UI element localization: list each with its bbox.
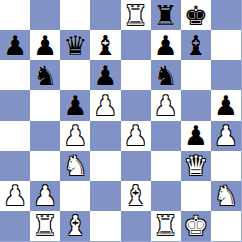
piece-white-N-h2[interactable]: ♞ xyxy=(214,182,238,209)
square-h8[interactable] xyxy=(211,0,241,30)
square-c2[interactable] xyxy=(60,181,90,211)
square-f7[interactable]: ♟ xyxy=(151,30,181,60)
piece-black-K-g8[interactable]: ♚ xyxy=(184,2,208,29)
square-g2[interactable] xyxy=(181,181,211,211)
piece-white-P-d5[interactable]: ♟ xyxy=(93,92,117,119)
piece-black-P-g4[interactable]: ♟ xyxy=(184,122,208,149)
square-d4[interactable] xyxy=(90,121,120,151)
piece-black-P-b7[interactable]: ♟ xyxy=(33,32,57,59)
square-c7[interactable]: ♛ xyxy=(60,30,90,60)
chess-board: ♜♜♚♟♟♛♝♟♝♞♟♞♟♟♟♟♟♟♟♟♞♛♟♟♝♞♜♝♜♚ xyxy=(0,0,242,242)
square-g1[interactable]: ♚ xyxy=(181,211,211,241)
square-b2[interactable]: ♟ xyxy=(30,181,60,211)
square-c4[interactable]: ♟ xyxy=(60,121,90,151)
square-e2[interactable]: ♝ xyxy=(121,181,151,211)
piece-black-N-b6[interactable]: ♞ xyxy=(33,62,57,89)
piece-black-Q-c7[interactable]: ♛ xyxy=(63,32,87,59)
square-f3[interactable] xyxy=(151,151,181,181)
square-h3[interactable] xyxy=(211,151,241,181)
square-g6[interactable] xyxy=(181,60,211,90)
square-c1[interactable]: ♝ xyxy=(60,211,90,241)
square-e5[interactable] xyxy=(121,90,151,120)
square-b7[interactable]: ♟ xyxy=(30,30,60,60)
square-d6[interactable]: ♟ xyxy=(90,60,120,90)
square-g4[interactable]: ♟ xyxy=(181,121,211,151)
square-f4[interactable] xyxy=(151,121,181,151)
square-a7[interactable]: ♟ xyxy=(0,30,30,60)
piece-white-P-e4[interactable]: ♟ xyxy=(123,122,147,149)
square-a3[interactable] xyxy=(0,151,30,181)
board-container: ♜♜♚♟♟♛♝♟♝♞♟♞♟♟♟♟♟♟♟♟♞♛♟♟♝♞♜♝♜♚ xyxy=(0,0,242,242)
square-f5[interactable]: ♟ xyxy=(151,90,181,120)
piece-black-P-d6[interactable]: ♟ xyxy=(93,62,117,89)
square-d5[interactable]: ♟ xyxy=(90,90,120,120)
piece-white-P-a2[interactable]: ♟ xyxy=(3,182,27,209)
square-b5[interactable] xyxy=(30,90,60,120)
square-d1[interactable] xyxy=(90,211,120,241)
square-h1[interactable] xyxy=(211,211,241,241)
piece-black-P-c5[interactable]: ♟ xyxy=(63,92,87,119)
square-f8[interactable]: ♜ xyxy=(151,0,181,30)
square-d7[interactable]: ♝ xyxy=(90,30,120,60)
square-b1[interactable]: ♜ xyxy=(30,211,60,241)
piece-white-R-b1[interactable]: ♜ xyxy=(33,212,57,239)
square-c6[interactable] xyxy=(60,60,90,90)
piece-white-P-c4[interactable]: ♟ xyxy=(63,122,87,149)
piece-white-P-h4[interactable]: ♟ xyxy=(214,122,238,149)
piece-black-P-f7[interactable]: ♟ xyxy=(154,32,178,59)
piece-white-N-c3[interactable]: ♞ xyxy=(63,152,87,179)
piece-black-B-g7[interactable]: ♝ xyxy=(184,32,208,59)
piece-white-B-c1[interactable]: ♝ xyxy=(63,212,87,239)
square-f2[interactable] xyxy=(151,181,181,211)
piece-white-R-e8[interactable]: ♜ xyxy=(123,2,147,29)
square-a2[interactable]: ♟ xyxy=(0,181,30,211)
square-a6[interactable] xyxy=(0,60,30,90)
square-a4[interactable] xyxy=(0,121,30,151)
square-c8[interactable] xyxy=(60,0,90,30)
square-f1[interactable]: ♜ xyxy=(151,211,181,241)
piece-black-R-f8[interactable]: ♜ xyxy=(154,2,178,29)
square-b6[interactable]: ♞ xyxy=(30,60,60,90)
piece-black-P-a7[interactable]: ♟ xyxy=(3,32,27,59)
square-d3[interactable] xyxy=(90,151,120,181)
square-g8[interactable]: ♚ xyxy=(181,0,211,30)
square-e8[interactable]: ♜ xyxy=(121,0,151,30)
square-f6[interactable]: ♞ xyxy=(151,60,181,90)
square-d8[interactable] xyxy=(90,0,120,30)
piece-white-K-g1[interactable]: ♚ xyxy=(184,212,208,239)
square-d2[interactable] xyxy=(90,181,120,211)
piece-black-B-d7[interactable]: ♝ xyxy=(93,32,117,59)
square-b3[interactable] xyxy=(30,151,60,181)
piece-white-P-b2[interactable]: ♟ xyxy=(33,182,57,209)
square-h7[interactable] xyxy=(211,30,241,60)
square-e6[interactable] xyxy=(121,60,151,90)
piece-black-P-h5[interactable]: ♟ xyxy=(214,92,238,119)
square-a5[interactable] xyxy=(0,90,30,120)
square-h6[interactable] xyxy=(211,60,241,90)
square-a8[interactable] xyxy=(0,0,30,30)
square-h5[interactable]: ♟ xyxy=(211,90,241,120)
square-b4[interactable] xyxy=(30,121,60,151)
square-a1[interactable] xyxy=(0,211,30,241)
square-c5[interactable]: ♟ xyxy=(60,90,90,120)
piece-white-P-f5[interactable]: ♟ xyxy=(154,92,178,119)
square-h2[interactable]: ♞ xyxy=(211,181,241,211)
square-e1[interactable] xyxy=(121,211,151,241)
square-e7[interactable] xyxy=(121,30,151,60)
square-g3[interactable]: ♛ xyxy=(181,151,211,181)
piece-white-B-e2[interactable]: ♝ xyxy=(123,182,147,209)
piece-white-Q-g3[interactable]: ♛ xyxy=(184,152,208,179)
square-g7[interactable]: ♝ xyxy=(181,30,211,60)
piece-white-R-f1[interactable]: ♜ xyxy=(154,212,178,239)
square-g5[interactable] xyxy=(181,90,211,120)
piece-black-N-f6[interactable]: ♞ xyxy=(154,62,178,89)
square-e3[interactable] xyxy=(121,151,151,181)
square-c3[interactable]: ♞ xyxy=(60,151,90,181)
square-e4[interactable]: ♟ xyxy=(121,121,151,151)
square-b8[interactable] xyxy=(30,0,60,30)
square-h4[interactable]: ♟ xyxy=(211,121,241,151)
